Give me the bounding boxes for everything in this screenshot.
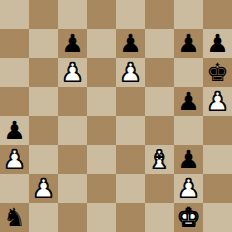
white-pawn: ♟ (177, 174, 199, 203)
square-b4[interactable] (29, 116, 58, 145)
square-e6[interactable]: ♟ (116, 58, 145, 87)
square-f2[interactable] (145, 174, 174, 203)
square-b1[interactable] (29, 203, 58, 232)
black-knight: ♞ (3, 203, 25, 232)
black-pawn: ♟ (177, 87, 199, 116)
black-pawn: ♟ (177, 29, 199, 58)
square-b8[interactable] (29, 0, 58, 29)
square-e4[interactable] (116, 116, 145, 145)
chess-board: ♟♟♟♟♟♟♚♟♟♟♟♝♟♟♟♞♚ (0, 0, 232, 232)
square-g8[interactable] (174, 0, 203, 29)
white-pawn: ♟ (61, 58, 83, 87)
square-h2[interactable] (203, 174, 232, 203)
square-a8[interactable] (0, 0, 29, 29)
square-g2[interactable]: ♟ (174, 174, 203, 203)
square-f5[interactable] (145, 87, 174, 116)
white-pawn: ♟ (32, 174, 54, 203)
square-g6[interactable] (174, 58, 203, 87)
square-h6[interactable]: ♚ (203, 58, 232, 87)
square-d3[interactable] (87, 145, 116, 174)
square-c7[interactable]: ♟ (58, 29, 87, 58)
square-g3[interactable]: ♟ (174, 145, 203, 174)
white-bishop: ♝ (148, 145, 170, 174)
square-b5[interactable] (29, 87, 58, 116)
black-pawn: ♟ (177, 145, 199, 174)
white-pawn: ♟ (3, 145, 25, 174)
square-a1[interactable]: ♞ (0, 203, 29, 232)
square-f7[interactable] (145, 29, 174, 58)
black-king: ♚ (206, 58, 228, 87)
square-a5[interactable] (0, 87, 29, 116)
square-a2[interactable] (0, 174, 29, 203)
square-b6[interactable] (29, 58, 58, 87)
square-g4[interactable] (174, 116, 203, 145)
square-f8[interactable] (145, 0, 174, 29)
square-b2[interactable]: ♟ (29, 174, 58, 203)
square-c4[interactable] (58, 116, 87, 145)
square-c2[interactable] (58, 174, 87, 203)
square-e5[interactable] (116, 87, 145, 116)
square-f4[interactable] (145, 116, 174, 145)
square-g1[interactable]: ♚ (174, 203, 203, 232)
square-a4[interactable]: ♟ (0, 116, 29, 145)
square-d8[interactable] (87, 0, 116, 29)
square-a3[interactable]: ♟ (0, 145, 29, 174)
square-e7[interactable]: ♟ (116, 29, 145, 58)
white-king: ♚ (177, 203, 199, 232)
square-a6[interactable] (0, 58, 29, 87)
square-b3[interactable] (29, 145, 58, 174)
square-h3[interactable] (203, 145, 232, 174)
square-d7[interactable] (87, 29, 116, 58)
square-c3[interactable] (58, 145, 87, 174)
square-f1[interactable] (145, 203, 174, 232)
square-d1[interactable] (87, 203, 116, 232)
square-c8[interactable] (58, 0, 87, 29)
square-h1[interactable] (203, 203, 232, 232)
black-pawn: ♟ (119, 29, 141, 58)
square-e2[interactable] (116, 174, 145, 203)
square-d2[interactable] (87, 174, 116, 203)
square-a7[interactable] (0, 29, 29, 58)
black-pawn: ♟ (206, 29, 228, 58)
black-pawn: ♟ (3, 116, 25, 145)
square-e8[interactable] (116, 0, 145, 29)
square-h7[interactable]: ♟ (203, 29, 232, 58)
square-d5[interactable] (87, 87, 116, 116)
square-c6[interactable]: ♟ (58, 58, 87, 87)
square-h8[interactable] (203, 0, 232, 29)
square-d4[interactable] (87, 116, 116, 145)
square-h4[interactable] (203, 116, 232, 145)
square-e3[interactable] (116, 145, 145, 174)
square-f3[interactable]: ♝ (145, 145, 174, 174)
square-g5[interactable]: ♟ (174, 87, 203, 116)
white-pawn: ♟ (119, 58, 141, 87)
square-d6[interactable] (87, 58, 116, 87)
white-pawn: ♟ (206, 87, 228, 116)
square-g7[interactable]: ♟ (174, 29, 203, 58)
square-c5[interactable] (58, 87, 87, 116)
square-e1[interactable] (116, 203, 145, 232)
square-b7[interactable] (29, 29, 58, 58)
black-pawn: ♟ (61, 29, 83, 58)
square-f6[interactable] (145, 58, 174, 87)
square-c1[interactable] (58, 203, 87, 232)
square-h5[interactable]: ♟ (203, 87, 232, 116)
